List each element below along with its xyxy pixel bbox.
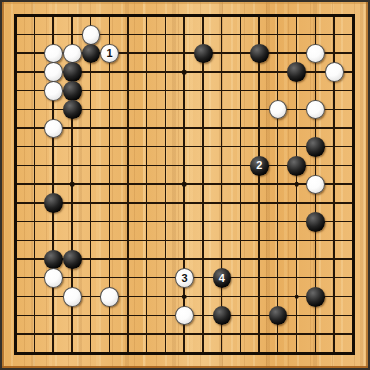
intersection[interactable] xyxy=(344,82,363,101)
intersection[interactable] xyxy=(63,269,82,288)
intersection[interactable] xyxy=(175,287,194,306)
intersection[interactable] xyxy=(44,138,63,157)
intersection[interactable] xyxy=(287,25,306,44)
intersection[interactable] xyxy=(231,269,250,288)
intersection[interactable] xyxy=(325,138,344,157)
intersection[interactable] xyxy=(63,287,82,306)
intersection[interactable] xyxy=(287,175,306,194)
intersection[interactable] xyxy=(25,100,44,119)
intersection[interactable] xyxy=(100,138,119,157)
intersection[interactable] xyxy=(344,325,363,344)
intersection[interactable] xyxy=(250,287,269,306)
intersection[interactable] xyxy=(344,287,363,306)
intersection[interactable] xyxy=(325,194,344,213)
intersection[interactable] xyxy=(269,156,288,175)
intersection[interactable] xyxy=(100,269,119,288)
intersection[interactable] xyxy=(231,213,250,232)
intersection[interactable] xyxy=(344,119,363,138)
intersection[interactable] xyxy=(306,269,325,288)
intersection[interactable] xyxy=(213,194,232,213)
intersection[interactable] xyxy=(194,82,213,101)
intersection[interactable] xyxy=(82,194,101,213)
intersection[interactable] xyxy=(306,138,325,157)
intersection[interactable] xyxy=(250,325,269,344)
intersection[interactable] xyxy=(119,175,138,194)
intersection[interactable] xyxy=(138,100,157,119)
intersection[interactable] xyxy=(325,156,344,175)
intersection[interactable] xyxy=(63,138,82,157)
intersection[interactable] xyxy=(306,325,325,344)
intersection[interactable]: 4 xyxy=(213,269,232,288)
intersection[interactable] xyxy=(231,25,250,44)
intersection[interactable] xyxy=(194,100,213,119)
intersection[interactable] xyxy=(82,138,101,157)
intersection[interactable] xyxy=(44,231,63,250)
intersection[interactable] xyxy=(44,119,63,138)
intersection[interactable] xyxy=(344,7,363,26)
intersection[interactable] xyxy=(82,231,101,250)
intersection[interactable] xyxy=(194,156,213,175)
intersection[interactable] xyxy=(63,213,82,232)
intersection[interactable] xyxy=(175,63,194,82)
intersection[interactable] xyxy=(344,344,363,363)
intersection[interactable] xyxy=(213,100,232,119)
intersection[interactable] xyxy=(325,119,344,138)
intersection[interactable] xyxy=(344,100,363,119)
intersection[interactable] xyxy=(119,344,138,363)
intersection[interactable] xyxy=(119,194,138,213)
intersection[interactable] xyxy=(269,269,288,288)
intersection[interactable] xyxy=(138,194,157,213)
intersection[interactable] xyxy=(344,306,363,325)
intersection[interactable] xyxy=(250,306,269,325)
intersection[interactable] xyxy=(325,325,344,344)
intersection[interactable] xyxy=(250,25,269,44)
intersection[interactable] xyxy=(287,250,306,269)
intersection[interactable] xyxy=(250,344,269,363)
intersection[interactable] xyxy=(138,119,157,138)
intersection[interactable] xyxy=(44,44,63,63)
intersection[interactable] xyxy=(213,344,232,363)
intersection[interactable] xyxy=(119,250,138,269)
intersection[interactable] xyxy=(156,250,175,269)
intersection[interactable] xyxy=(119,82,138,101)
intersection[interactable] xyxy=(82,82,101,101)
intersection[interactable] xyxy=(194,25,213,44)
intersection[interactable] xyxy=(63,306,82,325)
intersection[interactable] xyxy=(100,194,119,213)
intersection[interactable] xyxy=(100,25,119,44)
intersection[interactable] xyxy=(269,194,288,213)
intersection[interactable] xyxy=(7,7,26,26)
intersection[interactable] xyxy=(138,25,157,44)
intersection[interactable] xyxy=(325,44,344,63)
intersection[interactable] xyxy=(231,100,250,119)
intersection[interactable] xyxy=(82,63,101,82)
intersection[interactable] xyxy=(156,100,175,119)
intersection[interactable] xyxy=(250,194,269,213)
intersection[interactable] xyxy=(100,306,119,325)
intersection[interactable] xyxy=(7,156,26,175)
intersection[interactable] xyxy=(25,306,44,325)
intersection[interactable] xyxy=(25,82,44,101)
intersection[interactable] xyxy=(156,194,175,213)
intersection[interactable] xyxy=(44,25,63,44)
intersection[interactable] xyxy=(7,269,26,288)
intersection[interactable] xyxy=(213,287,232,306)
intersection[interactable] xyxy=(82,213,101,232)
intersection[interactable] xyxy=(194,63,213,82)
intersection[interactable] xyxy=(44,306,63,325)
intersection[interactable] xyxy=(269,119,288,138)
intersection[interactable] xyxy=(325,344,344,363)
intersection[interactable] xyxy=(25,175,44,194)
intersection[interactable] xyxy=(119,119,138,138)
intersection[interactable] xyxy=(250,250,269,269)
intersection[interactable] xyxy=(306,82,325,101)
intersection[interactable] xyxy=(100,119,119,138)
intersection[interactable] xyxy=(175,250,194,269)
intersection[interactable] xyxy=(82,344,101,363)
intersection[interactable] xyxy=(175,25,194,44)
intersection[interactable] xyxy=(194,250,213,269)
intersection[interactable] xyxy=(7,344,26,363)
intersection[interactable] xyxy=(194,325,213,344)
intersection[interactable] xyxy=(7,25,26,44)
intersection[interactable] xyxy=(325,63,344,82)
intersection[interactable] xyxy=(25,213,44,232)
intersection[interactable] xyxy=(325,306,344,325)
intersection[interactable] xyxy=(44,63,63,82)
intersection[interactable] xyxy=(194,306,213,325)
intersection[interactable] xyxy=(156,269,175,288)
intersection[interactable] xyxy=(269,287,288,306)
intersection[interactable] xyxy=(287,63,306,82)
intersection[interactable] xyxy=(156,213,175,232)
intersection[interactable] xyxy=(269,63,288,82)
intersection[interactable] xyxy=(25,325,44,344)
intersection[interactable] xyxy=(175,175,194,194)
intersection[interactable] xyxy=(344,231,363,250)
intersection[interactable] xyxy=(325,82,344,101)
intersection[interactable] xyxy=(269,231,288,250)
intersection[interactable] xyxy=(194,44,213,63)
intersection[interactable] xyxy=(7,287,26,306)
intersection[interactable] xyxy=(325,213,344,232)
intersection[interactable] xyxy=(287,287,306,306)
intersection[interactable] xyxy=(344,213,363,232)
intersection[interactable] xyxy=(344,194,363,213)
intersection[interactable] xyxy=(250,119,269,138)
intersection[interactable] xyxy=(250,213,269,232)
intersection[interactable] xyxy=(100,231,119,250)
intersection[interactable] xyxy=(63,325,82,344)
intersection[interactable] xyxy=(175,194,194,213)
intersection[interactable] xyxy=(119,213,138,232)
intersection[interactable] xyxy=(213,306,232,325)
intersection[interactable] xyxy=(250,7,269,26)
intersection[interactable]: 1 xyxy=(100,44,119,63)
intersection[interactable] xyxy=(250,138,269,157)
intersection[interactable] xyxy=(306,156,325,175)
intersection[interactable] xyxy=(287,213,306,232)
intersection[interactable] xyxy=(194,231,213,250)
intersection[interactable] xyxy=(269,250,288,269)
intersection[interactable] xyxy=(82,250,101,269)
intersection[interactable] xyxy=(100,250,119,269)
intersection[interactable] xyxy=(138,156,157,175)
intersection[interactable] xyxy=(306,250,325,269)
intersection[interactable] xyxy=(231,250,250,269)
intersection[interactable] xyxy=(25,269,44,288)
intersection[interactable] xyxy=(63,231,82,250)
intersection[interactable] xyxy=(82,325,101,344)
intersection[interactable] xyxy=(175,119,194,138)
intersection[interactable] xyxy=(194,175,213,194)
intersection[interactable] xyxy=(306,231,325,250)
intersection[interactable] xyxy=(119,63,138,82)
intersection[interactable] xyxy=(7,325,26,344)
intersection[interactable] xyxy=(287,325,306,344)
intersection[interactable] xyxy=(63,7,82,26)
intersection[interactable] xyxy=(287,82,306,101)
intersection[interactable] xyxy=(138,7,157,26)
intersection[interactable] xyxy=(100,175,119,194)
intersection[interactable] xyxy=(25,156,44,175)
intersection[interactable] xyxy=(250,82,269,101)
intersection[interactable] xyxy=(100,82,119,101)
intersection[interactable] xyxy=(25,231,44,250)
intersection[interactable] xyxy=(250,175,269,194)
intersection[interactable] xyxy=(269,44,288,63)
intersection[interactable] xyxy=(213,44,232,63)
intersection[interactable] xyxy=(100,100,119,119)
intersection[interactable] xyxy=(44,82,63,101)
intersection[interactable] xyxy=(138,63,157,82)
intersection[interactable] xyxy=(175,231,194,250)
intersection[interactable] xyxy=(7,306,26,325)
intersection[interactable] xyxy=(25,44,44,63)
intersection[interactable] xyxy=(119,25,138,44)
intersection[interactable] xyxy=(119,231,138,250)
intersection[interactable] xyxy=(25,194,44,213)
intersection[interactable] xyxy=(250,100,269,119)
intersection[interactable] xyxy=(306,175,325,194)
intersection[interactable] xyxy=(119,269,138,288)
intersection[interactable] xyxy=(119,7,138,26)
intersection[interactable] xyxy=(231,82,250,101)
intersection[interactable] xyxy=(344,25,363,44)
intersection[interactable] xyxy=(82,44,101,63)
intersection[interactable] xyxy=(138,287,157,306)
intersection[interactable] xyxy=(7,231,26,250)
intersection[interactable] xyxy=(82,306,101,325)
intersection[interactable] xyxy=(250,44,269,63)
intersection[interactable] xyxy=(325,25,344,44)
intersection[interactable] xyxy=(269,213,288,232)
intersection[interactable] xyxy=(287,44,306,63)
intersection[interactable] xyxy=(213,213,232,232)
intersection[interactable] xyxy=(213,231,232,250)
intersection[interactable]: 3 xyxy=(175,269,194,288)
intersection[interactable] xyxy=(7,175,26,194)
intersection[interactable] xyxy=(156,306,175,325)
intersection[interactable] xyxy=(82,287,101,306)
intersection[interactable] xyxy=(25,250,44,269)
intersection[interactable] xyxy=(82,100,101,119)
intersection[interactable] xyxy=(287,231,306,250)
intersection[interactable] xyxy=(306,306,325,325)
intersection[interactable] xyxy=(44,250,63,269)
intersection[interactable] xyxy=(344,269,363,288)
intersection[interactable] xyxy=(194,269,213,288)
intersection[interactable] xyxy=(231,175,250,194)
intersection[interactable] xyxy=(306,100,325,119)
intersection[interactable] xyxy=(231,231,250,250)
intersection[interactable] xyxy=(213,7,232,26)
intersection[interactable] xyxy=(25,344,44,363)
intersection[interactable] xyxy=(63,175,82,194)
intersection[interactable] xyxy=(306,119,325,138)
intersection[interactable] xyxy=(213,82,232,101)
intersection[interactable] xyxy=(194,213,213,232)
intersection[interactable] xyxy=(250,63,269,82)
intersection[interactable] xyxy=(7,138,26,157)
intersection[interactable] xyxy=(231,138,250,157)
intersection[interactable] xyxy=(100,287,119,306)
intersection[interactable] xyxy=(44,269,63,288)
intersection[interactable] xyxy=(119,325,138,344)
intersection[interactable] xyxy=(82,175,101,194)
intersection[interactable] xyxy=(156,287,175,306)
intersection[interactable] xyxy=(100,156,119,175)
intersection[interactable] xyxy=(63,25,82,44)
intersection[interactable] xyxy=(325,100,344,119)
intersection[interactable] xyxy=(287,138,306,157)
intersection[interactable] xyxy=(100,7,119,26)
intersection[interactable] xyxy=(250,269,269,288)
intersection[interactable] xyxy=(63,194,82,213)
intersection[interactable] xyxy=(119,156,138,175)
intersection[interactable] xyxy=(306,194,325,213)
intersection[interactable] xyxy=(269,25,288,44)
intersection[interactable] xyxy=(306,44,325,63)
intersection[interactable] xyxy=(119,44,138,63)
intersection[interactable] xyxy=(44,325,63,344)
intersection[interactable] xyxy=(175,156,194,175)
intersection[interactable] xyxy=(63,250,82,269)
intersection[interactable] xyxy=(25,119,44,138)
intersection[interactable] xyxy=(156,231,175,250)
intersection[interactable] xyxy=(44,175,63,194)
intersection[interactable] xyxy=(175,213,194,232)
intersection[interactable] xyxy=(231,156,250,175)
intersection[interactable] xyxy=(344,138,363,157)
intersection[interactable] xyxy=(344,44,363,63)
intersection[interactable] xyxy=(156,25,175,44)
intersection[interactable] xyxy=(213,119,232,138)
intersection[interactable] xyxy=(287,100,306,119)
intersection[interactable] xyxy=(44,213,63,232)
intersection[interactable] xyxy=(194,119,213,138)
intersection[interactable] xyxy=(44,344,63,363)
intersection[interactable] xyxy=(44,100,63,119)
intersection[interactable] xyxy=(306,25,325,44)
intersection[interactable] xyxy=(156,156,175,175)
intersection[interactable] xyxy=(325,269,344,288)
intersection[interactable] xyxy=(194,7,213,26)
intersection[interactable] xyxy=(138,344,157,363)
intersection[interactable] xyxy=(44,156,63,175)
intersection[interactable] xyxy=(287,194,306,213)
intersection[interactable] xyxy=(25,63,44,82)
intersection[interactable] xyxy=(138,231,157,250)
intersection[interactable] xyxy=(325,231,344,250)
intersection[interactable] xyxy=(7,100,26,119)
intersection[interactable] xyxy=(287,119,306,138)
intersection[interactable] xyxy=(325,250,344,269)
intersection[interactable] xyxy=(213,325,232,344)
intersection[interactable] xyxy=(269,175,288,194)
intersection[interactable] xyxy=(287,269,306,288)
intersection[interactable] xyxy=(100,213,119,232)
intersection[interactable] xyxy=(63,44,82,63)
intersection[interactable] xyxy=(194,194,213,213)
intersection[interactable] xyxy=(269,82,288,101)
intersection[interactable] xyxy=(63,119,82,138)
intersection[interactable] xyxy=(269,344,288,363)
intersection[interactable] xyxy=(63,63,82,82)
intersection[interactable] xyxy=(213,175,232,194)
intersection[interactable] xyxy=(213,250,232,269)
intersection[interactable] xyxy=(156,138,175,157)
intersection[interactable] xyxy=(231,306,250,325)
intersection[interactable] xyxy=(306,344,325,363)
intersection[interactable] xyxy=(231,7,250,26)
intersection[interactable] xyxy=(325,287,344,306)
intersection[interactable] xyxy=(63,344,82,363)
intersection[interactable] xyxy=(213,156,232,175)
intersection[interactable] xyxy=(175,82,194,101)
intersection[interactable] xyxy=(269,138,288,157)
intersection[interactable] xyxy=(175,44,194,63)
intersection[interactable] xyxy=(138,175,157,194)
intersection[interactable] xyxy=(138,306,157,325)
intersection[interactable] xyxy=(231,287,250,306)
intersection[interactable] xyxy=(63,82,82,101)
intersection[interactable] xyxy=(119,306,138,325)
intersection[interactable] xyxy=(306,63,325,82)
intersection[interactable] xyxy=(231,194,250,213)
intersection[interactable] xyxy=(306,287,325,306)
intersection[interactable] xyxy=(25,287,44,306)
intersection[interactable] xyxy=(194,138,213,157)
intersection[interactable] xyxy=(7,213,26,232)
intersection[interactable] xyxy=(156,7,175,26)
intersection[interactable] xyxy=(44,287,63,306)
intersection[interactable] xyxy=(213,63,232,82)
intersection[interactable] xyxy=(138,138,157,157)
intersection[interactable] xyxy=(156,82,175,101)
intersection[interactable] xyxy=(213,138,232,157)
intersection[interactable] xyxy=(82,119,101,138)
intersection[interactable] xyxy=(7,44,26,63)
intersection[interactable] xyxy=(119,138,138,157)
intersection[interactable] xyxy=(82,25,101,44)
intersection[interactable] xyxy=(138,250,157,269)
intersection[interactable] xyxy=(194,287,213,306)
intersection[interactable] xyxy=(325,7,344,26)
